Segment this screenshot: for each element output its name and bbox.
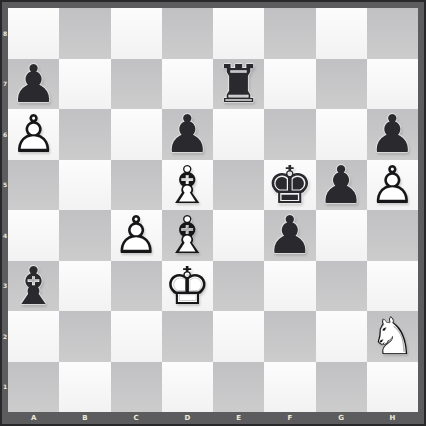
square-h8[interactable] (367, 8, 418, 59)
white-king-outline-glyph: ♔ (162, 261, 213, 312)
black-rook-glyph: ♜ (213, 59, 264, 110)
square-g8[interactable] (316, 8, 367, 59)
square-a2[interactable] (8, 311, 59, 362)
square-a1[interactable] (8, 362, 59, 413)
black-bishop-glyph: ♝ (8, 261, 59, 312)
white-pawn-outline-glyph: ♙ (111, 210, 162, 261)
square-b1[interactable] (59, 362, 110, 413)
black-pawn-f4[interactable]: ♟ (264, 210, 315, 261)
black-king-f5[interactable]: ♚ (264, 160, 315, 211)
black-pawn-h6[interactable]: ♟ (367, 109, 418, 160)
file-label-g: G (316, 412, 367, 424)
square-c3[interactable] (111, 261, 162, 312)
square-d2[interactable] (162, 311, 213, 362)
square-a6[interactable]: ♟♙ (8, 109, 59, 160)
black-rook-e7[interactable]: ♜ (213, 59, 264, 110)
white-pawn-outline-glyph: ♙ (8, 109, 59, 160)
square-c8[interactable] (111, 8, 162, 59)
square-a8[interactable] (8, 8, 59, 59)
square-g5[interactable]: ♟ (316, 160, 367, 211)
black-pawn-glyph: ♟ (316, 160, 367, 211)
white-pawn-c4[interactable]: ♟♙ (111, 210, 162, 261)
white-bishop-d4[interactable]: ♝♗ (162, 210, 213, 261)
square-f4[interactable]: ♟ (264, 210, 315, 261)
square-g6[interactable] (316, 109, 367, 160)
square-f5[interactable]: ♚ (264, 160, 315, 211)
white-pawn-outline-glyph: ♙ (367, 160, 418, 211)
square-f7[interactable] (264, 59, 315, 110)
square-f2[interactable] (264, 311, 315, 362)
black-pawn-d6[interactable]: ♟ (162, 109, 213, 160)
square-b8[interactable] (59, 8, 110, 59)
square-g1[interactable] (316, 362, 367, 413)
white-king-d3[interactable]: ♚♔ (162, 261, 213, 312)
black-king-glyph: ♚ (264, 160, 315, 211)
white-pawn-h5[interactable]: ♟♙ (367, 160, 418, 211)
square-d7[interactable] (162, 59, 213, 110)
square-c4[interactable]: ♟♙ (111, 210, 162, 261)
black-pawn-glyph: ♟ (367, 109, 418, 160)
square-d8[interactable] (162, 8, 213, 59)
square-b6[interactable] (59, 109, 110, 160)
file-label-b: B (59, 412, 110, 424)
file-labels: ABCDEFGH (8, 412, 418, 424)
square-c5[interactable] (111, 160, 162, 211)
chess-board: ♟♜♟♙♟♟♝♗♚♟♟♙♟♙♝♗♟♝♚♔♞♘ (8, 8, 418, 412)
square-e3[interactable] (213, 261, 264, 312)
square-c2[interactable] (111, 311, 162, 362)
file-label-e: E (213, 412, 264, 424)
square-d5[interactable]: ♝♗ (162, 160, 213, 211)
square-h2[interactable]: ♞♘ (367, 311, 418, 362)
black-pawn-a7[interactable]: ♟ (8, 59, 59, 110)
black-bishop-a3[interactable]: ♝ (8, 261, 59, 312)
square-b2[interactable] (59, 311, 110, 362)
square-e8[interactable] (213, 8, 264, 59)
square-d4[interactable]: ♝♗ (162, 210, 213, 261)
square-e5[interactable] (213, 160, 264, 211)
square-g4[interactable] (316, 210, 367, 261)
square-c7[interactable] (111, 59, 162, 110)
white-bishop-outline-glyph: ♗ (162, 210, 213, 261)
square-d6[interactable]: ♟ (162, 109, 213, 160)
white-bishop-outline-glyph: ♗ (162, 160, 213, 211)
square-a7[interactable]: ♟ (8, 59, 59, 110)
square-a3[interactable]: ♝ (8, 261, 59, 312)
square-b5[interactable] (59, 160, 110, 211)
square-h5[interactable]: ♟♙ (367, 160, 418, 211)
square-c6[interactable] (111, 109, 162, 160)
square-g3[interactable] (316, 261, 367, 312)
square-e2[interactable] (213, 311, 264, 362)
square-c1[interactable] (111, 362, 162, 413)
white-bishop-d5[interactable]: ♝♗ (162, 160, 213, 211)
white-knight-h2[interactable]: ♞♘ (367, 311, 418, 362)
black-pawn-glyph: ♟ (264, 210, 315, 261)
square-b3[interactable] (59, 261, 110, 312)
square-f1[interactable] (264, 362, 315, 413)
file-label-d: D (162, 412, 213, 424)
square-e4[interactable] (213, 210, 264, 261)
square-h3[interactable] (367, 261, 418, 312)
board-frame: 87654321 ABCDEFGH ♟♜♟♙♟♟♝♗♚♟♟♙♟♙♝♗♟♝♚♔♞♘ (0, 0, 426, 426)
square-e6[interactable] (213, 109, 264, 160)
square-b7[interactable] (59, 59, 110, 110)
square-d3[interactable]: ♚♔ (162, 261, 213, 312)
black-pawn-g5[interactable]: ♟ (316, 160, 367, 211)
square-h4[interactable] (367, 210, 418, 261)
file-label-f: F (264, 412, 315, 424)
square-g7[interactable] (316, 59, 367, 110)
square-e1[interactable] (213, 362, 264, 413)
square-h1[interactable] (367, 362, 418, 413)
square-f8[interactable] (264, 8, 315, 59)
white-pawn-a6[interactable]: ♟♙ (8, 109, 59, 160)
square-h7[interactable] (367, 59, 418, 110)
square-a5[interactable] (8, 160, 59, 211)
square-g2[interactable] (316, 311, 367, 362)
square-d1[interactable] (162, 362, 213, 413)
square-f6[interactable] (264, 109, 315, 160)
black-pawn-glyph: ♟ (8, 59, 59, 110)
file-label-h: H (367, 412, 418, 424)
square-f3[interactable] (264, 261, 315, 312)
file-label-a: A (8, 412, 59, 424)
black-pawn-glyph: ♟ (162, 109, 213, 160)
file-label-c: C (111, 412, 162, 424)
square-a4[interactable] (8, 210, 59, 261)
square-e7[interactable]: ♜ (213, 59, 264, 110)
square-h6[interactable]: ♟ (367, 109, 418, 160)
square-b4[interactable] (59, 210, 110, 261)
white-knight-outline-glyph: ♘ (367, 311, 418, 362)
